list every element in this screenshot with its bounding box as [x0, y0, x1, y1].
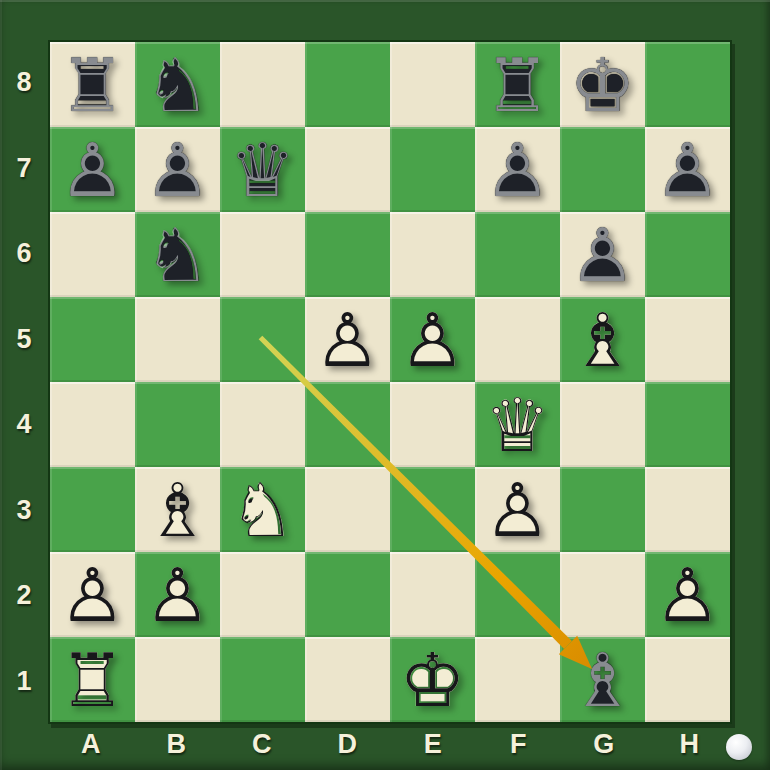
square-g8[interactable]: ♚♔	[560, 42, 645, 127]
square-c8[interactable]	[220, 42, 305, 127]
piece-black-rook-a8[interactable]: ♜♖	[50, 42, 135, 127]
square-c6[interactable]	[220, 212, 305, 297]
square-a2[interactable]: ♟♙	[50, 552, 135, 637]
file-label-D: D	[305, 722, 391, 766]
square-h3[interactable]	[645, 467, 730, 552]
square-e6[interactable]	[390, 212, 475, 297]
square-d4[interactable]	[305, 382, 390, 467]
chess-board: ♜♖♞♘♜♖♚♔♟♙♟♙♛♕♟♙♟♙♞♘♟♙♟♙♟♙♝♗♛♕♝♗♞♘♟♙♟♙♟♙…	[48, 40, 732, 724]
piece-white-pawn-d5[interactable]: ♟♙	[305, 297, 390, 382]
rank-label-5: 5	[0, 297, 48, 383]
square-e7[interactable]	[390, 127, 475, 212]
square-d1[interactable]	[305, 637, 390, 722]
square-d2[interactable]	[305, 552, 390, 637]
piece-white-queen-f4[interactable]: ♛♕	[475, 382, 560, 467]
rank-labels: 87654321	[0, 40, 48, 724]
square-c4[interactable]	[220, 382, 305, 467]
square-a6[interactable]	[50, 212, 135, 297]
file-label-C: C	[219, 722, 305, 766]
square-f4[interactable]: ♛♕	[475, 382, 560, 467]
rank-label-7: 7	[0, 126, 48, 212]
piece-white-bishop-b3[interactable]: ♝♗	[135, 467, 220, 552]
square-a4[interactable]	[50, 382, 135, 467]
piece-black-pawn-h7[interactable]: ♟♙	[645, 127, 730, 212]
square-c1[interactable]	[220, 637, 305, 722]
rank-label-1: 1	[0, 639, 48, 725]
rank-label-3: 3	[0, 468, 48, 554]
piece-white-knight-c3[interactable]: ♞♘	[220, 467, 305, 552]
file-label-A: A	[48, 722, 134, 766]
piece-white-rook-a1[interactable]: ♜♖	[50, 637, 135, 722]
square-g1[interactable]: ♝♗	[560, 637, 645, 722]
square-c2[interactable]	[220, 552, 305, 637]
square-b6[interactable]: ♞♘	[135, 212, 220, 297]
square-h1[interactable]	[645, 637, 730, 722]
square-a7[interactable]: ♟♙	[50, 127, 135, 212]
file-label-B: B	[134, 722, 220, 766]
square-c5[interactable]	[220, 297, 305, 382]
square-g4[interactable]	[560, 382, 645, 467]
piece-black-pawn-b7[interactable]: ♟♙	[135, 127, 220, 212]
square-e3[interactable]	[390, 467, 475, 552]
piece-black-bishop-g1[interactable]: ♝♗	[560, 637, 645, 722]
square-b3[interactable]: ♝♗	[135, 467, 220, 552]
square-f8[interactable]: ♜♖	[475, 42, 560, 127]
piece-white-pawn-b2[interactable]: ♟♙	[135, 552, 220, 637]
piece-white-king-e1[interactable]: ♚♔	[390, 637, 475, 722]
square-h2[interactable]: ♟♙	[645, 552, 730, 637]
square-h8[interactable]	[645, 42, 730, 127]
square-f2[interactable]	[475, 552, 560, 637]
piece-black-pawn-a7[interactable]: ♟♙	[50, 127, 135, 212]
rank-label-2: 2	[0, 553, 48, 639]
square-d3[interactable]	[305, 467, 390, 552]
square-e5[interactable]: ♟♙	[390, 297, 475, 382]
file-label-F: F	[476, 722, 562, 766]
square-c7[interactable]: ♛♕	[220, 127, 305, 212]
piece-white-pawn-h2[interactable]: ♟♙	[645, 552, 730, 637]
square-g3[interactable]	[560, 467, 645, 552]
piece-white-pawn-e5[interactable]: ♟♙	[390, 297, 475, 382]
square-f5[interactable]	[475, 297, 560, 382]
square-d7[interactable]	[305, 127, 390, 212]
square-f1[interactable]	[475, 637, 560, 722]
piece-black-pawn-g6[interactable]: ♟♙	[560, 212, 645, 297]
board-frame: ♜♖♞♘♜♖♚♔♟♙♟♙♛♕♟♙♟♙♞♘♟♙♟♙♟♙♝♗♛♕♝♗♞♘♟♙♟♙♟♙…	[0, 0, 770, 770]
square-h5[interactable]	[645, 297, 730, 382]
rank-label-4: 4	[0, 382, 48, 468]
piece-white-pawn-f3[interactable]: ♟♙	[475, 467, 560, 552]
side-to-move-white-ball-icon	[726, 734, 752, 760]
square-h4[interactable]	[645, 382, 730, 467]
square-e8[interactable]	[390, 42, 475, 127]
piece-black-knight-b8[interactable]: ♞♘	[135, 42, 220, 127]
square-e4[interactable]	[390, 382, 475, 467]
file-label-H: H	[647, 722, 733, 766]
square-b2[interactable]: ♟♙	[135, 552, 220, 637]
square-g2[interactable]	[560, 552, 645, 637]
piece-black-pawn-f7[interactable]: ♟♙	[475, 127, 560, 212]
piece-black-queen-c7[interactable]: ♛♕	[220, 127, 305, 212]
square-g6[interactable]: ♟♙	[560, 212, 645, 297]
square-f7[interactable]: ♟♙	[475, 127, 560, 212]
square-f6[interactable]	[475, 212, 560, 297]
square-c3[interactable]: ♞♘	[220, 467, 305, 552]
file-label-E: E	[390, 722, 476, 766]
rank-label-6: 6	[0, 211, 48, 297]
square-b4[interactable]	[135, 382, 220, 467]
piece-black-knight-b6[interactable]: ♞♘	[135, 212, 220, 297]
square-e2[interactable]	[390, 552, 475, 637]
square-b5[interactable]	[135, 297, 220, 382]
square-d5[interactable]: ♟♙	[305, 297, 390, 382]
square-a8[interactable]: ♜♖	[50, 42, 135, 127]
square-a3[interactable]	[50, 467, 135, 552]
piece-black-king-g8[interactable]: ♚♔	[560, 42, 645, 127]
square-f3[interactable]: ♟♙	[475, 467, 560, 552]
square-a1[interactable]: ♜♖	[50, 637, 135, 722]
piece-black-rook-f8[interactable]: ♜♖	[475, 42, 560, 127]
square-b1[interactable]	[135, 637, 220, 722]
square-b8[interactable]: ♞♘	[135, 42, 220, 127]
square-d8[interactable]	[305, 42, 390, 127]
square-g7[interactable]	[560, 127, 645, 212]
piece-white-bishop-g5[interactable]: ♝♗	[560, 297, 645, 382]
square-a5[interactable]	[50, 297, 135, 382]
square-h6[interactable]	[645, 212, 730, 297]
square-d6[interactable]	[305, 212, 390, 297]
file-labels: ABCDEFGH	[48, 722, 732, 766]
square-e1[interactable]: ♚♔	[390, 637, 475, 722]
file-label-G: G	[561, 722, 647, 766]
square-b7[interactable]: ♟♙	[135, 127, 220, 212]
rank-label-8: 8	[0, 40, 48, 126]
piece-white-pawn-a2[interactable]: ♟♙	[50, 552, 135, 637]
square-g5[interactable]: ♝♗	[560, 297, 645, 382]
square-h7[interactable]: ♟♙	[645, 127, 730, 212]
